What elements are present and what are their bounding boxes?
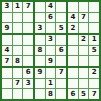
- cell-r4c6[interactable]: [56, 35, 66, 45]
- cell-r3c8[interactable]: [79, 23, 89, 33]
- cell-r3c9[interactable]: [89, 23, 99, 33]
- cell-r4c7[interactable]: [68, 35, 78, 45]
- cell-r6c2[interactable]: 8: [13, 56, 23, 66]
- cell-r7c9[interactable]: 2: [89, 68, 99, 78]
- cell-r2c4[interactable]: [35, 13, 45, 23]
- sudoku-board: 31794635472478386921567397182657: [0, 0, 101, 101]
- cell-r2c2[interactable]: [13, 13, 23, 23]
- cell-r6c8[interactable]: [79, 56, 89, 66]
- cell-r4c3[interactable]: [23, 35, 33, 45]
- box-2-0: 673: [2, 68, 33, 99]
- cell-r1c2[interactable]: 1: [13, 2, 23, 12]
- cell-r1c5[interactable]: 4: [46, 2, 56, 12]
- box-0-0: 3179: [2, 2, 33, 33]
- cell-r2c1[interactable]: [2, 13, 12, 23]
- cell-r7c4[interactable]: 9: [35, 68, 45, 78]
- cell-r5c3[interactable]: [23, 46, 33, 56]
- cell-r8c7[interactable]: [68, 79, 78, 89]
- cell-r7c3[interactable]: 6: [23, 68, 33, 78]
- cell-r5c2[interactable]: [13, 46, 23, 56]
- cell-r8c2[interactable]: 7: [13, 79, 23, 89]
- cell-r4c8[interactable]: 2: [79, 35, 89, 45]
- cell-r1c8[interactable]: [79, 2, 89, 12]
- cell-r3c3[interactable]: [23, 23, 33, 33]
- cell-r2c3[interactable]: [23, 13, 33, 23]
- cell-r8c8[interactable]: [79, 79, 89, 89]
- cell-r4c2[interactable]: [13, 35, 23, 45]
- cell-r2c5[interactable]: 6: [46, 13, 56, 23]
- cell-r9c5[interactable]: 8: [46, 89, 56, 99]
- cell-r9c2[interactable]: [13, 89, 23, 99]
- cell-r9c9[interactable]: 7: [89, 89, 99, 99]
- cell-r7c7[interactable]: [68, 68, 78, 78]
- cell-r2c8[interactable]: 7: [79, 13, 89, 23]
- cell-r7c1[interactable]: [2, 68, 12, 78]
- box-0-2: 472: [68, 2, 99, 33]
- cell-r9c3[interactable]: [23, 89, 33, 99]
- cell-r5c6[interactable]: 6: [56, 46, 66, 56]
- cell-r2c9[interactable]: [89, 13, 99, 23]
- cell-r8c5[interactable]: 1: [46, 79, 56, 89]
- cell-r5c5[interactable]: [46, 46, 56, 56]
- cell-r8c1[interactable]: [2, 79, 12, 89]
- box-0-1: 4635: [35, 2, 66, 33]
- cell-r9c7[interactable]: 6: [68, 89, 78, 99]
- cell-r1c9[interactable]: [89, 2, 99, 12]
- cell-r8c9[interactable]: [89, 79, 99, 89]
- cell-r4c4[interactable]: [35, 35, 45, 45]
- cell-r6c7[interactable]: [68, 56, 78, 66]
- cell-r8c6[interactable]: [56, 79, 66, 89]
- cell-r6c1[interactable]: 7: [2, 56, 12, 66]
- cell-r6c6[interactable]: [56, 56, 66, 66]
- cell-r1c1[interactable]: 3: [2, 2, 12, 12]
- cell-r5c4[interactable]: 8: [35, 46, 45, 56]
- cell-r7c5[interactable]: [46, 68, 56, 78]
- cell-r6c5[interactable]: 9: [46, 56, 56, 66]
- cell-r7c6[interactable]: 7: [56, 68, 66, 78]
- cell-r1c4[interactable]: [35, 2, 45, 12]
- cell-r1c7[interactable]: [68, 2, 78, 12]
- cell-r3c1[interactable]: 9: [2, 23, 12, 33]
- cell-r5c9[interactable]: 5: [89, 46, 99, 56]
- cell-r2c6[interactable]: [56, 13, 66, 23]
- cell-r9c6[interactable]: [56, 89, 66, 99]
- cell-r3c4[interactable]: 3: [35, 23, 45, 33]
- cell-r3c5[interactable]: [46, 23, 56, 33]
- cell-r4c9[interactable]: 1: [89, 35, 99, 45]
- box-2-2: 2657: [68, 68, 99, 99]
- cell-r6c9[interactable]: [89, 56, 99, 66]
- cell-r4c5[interactable]: 3: [46, 35, 56, 45]
- cell-r3c6[interactable]: 5: [56, 23, 66, 33]
- cell-r3c7[interactable]: 2: [68, 23, 78, 33]
- cell-r6c3[interactable]: [23, 56, 33, 66]
- box-2-1: 9718: [35, 68, 66, 99]
- cell-r6c4[interactable]: [35, 56, 45, 66]
- box-1-1: 3869: [35, 35, 66, 66]
- cell-r9c8[interactable]: 5: [79, 89, 89, 99]
- cell-r5c7[interactable]: [68, 46, 78, 56]
- cell-r3c2[interactable]: [13, 23, 23, 33]
- cell-r8c3[interactable]: 3: [23, 79, 33, 89]
- cell-r5c8[interactable]: [79, 46, 89, 56]
- cell-r5c1[interactable]: 4: [2, 46, 12, 56]
- box-1-0: 478: [2, 35, 33, 66]
- cell-r2c7[interactable]: 4: [68, 13, 78, 23]
- cell-r7c2[interactable]: [13, 68, 23, 78]
- cell-r7c8[interactable]: [79, 68, 89, 78]
- cell-r1c6[interactable]: [56, 2, 66, 12]
- cell-r9c1[interactable]: [2, 89, 12, 99]
- cell-r1c3[interactable]: 7: [23, 2, 33, 12]
- cell-r4c1[interactable]: [2, 35, 12, 45]
- box-1-2: 215: [68, 35, 99, 66]
- cell-r9c4[interactable]: [35, 89, 45, 99]
- cell-r8c4[interactable]: [35, 79, 45, 89]
